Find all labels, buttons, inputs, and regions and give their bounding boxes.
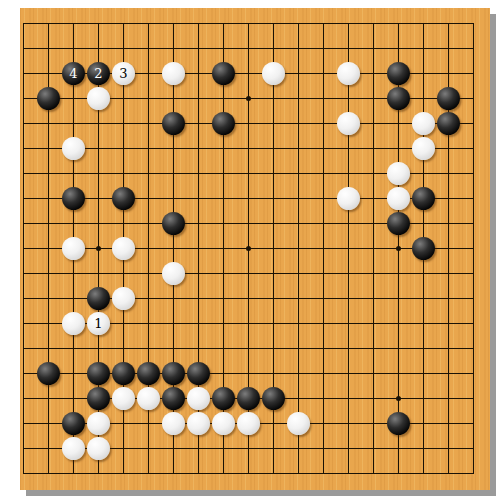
stone-black [62, 412, 85, 435]
stone-white [337, 187, 360, 210]
stone-white [412, 137, 435, 160]
stone-white [162, 262, 185, 285]
stone-black [87, 287, 110, 310]
stone-black [37, 87, 60, 110]
stone-white-move-3: 3 [112, 62, 135, 85]
stone-white [337, 62, 360, 85]
stone-white [187, 412, 210, 435]
stone-white [262, 62, 285, 85]
stone-black [62, 187, 85, 210]
stone-black [212, 387, 235, 410]
stone-white [337, 112, 360, 135]
stone-black [87, 387, 110, 410]
stone-white [62, 437, 85, 460]
stone-black [437, 87, 460, 110]
go-board[interactable]: 4231 [20, 8, 490, 490]
stone-black [37, 362, 60, 385]
stone-black [87, 362, 110, 385]
stone-white [187, 387, 210, 410]
stone-white [87, 437, 110, 460]
stone-black [412, 237, 435, 260]
star-point [396, 396, 401, 401]
stone-black [237, 387, 260, 410]
stone-white [137, 387, 160, 410]
stone-black [162, 362, 185, 385]
star-point [246, 96, 251, 101]
stone-white-move-1: 1 [87, 312, 110, 335]
stone-white [112, 287, 135, 310]
stone-white [62, 312, 85, 335]
stone-black [387, 212, 410, 235]
stone-black [387, 412, 410, 435]
star-point [246, 246, 251, 251]
stone-black [137, 362, 160, 385]
stone-black [162, 212, 185, 235]
stone-white [387, 162, 410, 185]
stone-white [62, 137, 85, 160]
stone-black [262, 387, 285, 410]
stone-black [387, 62, 410, 85]
stone-black [437, 112, 460, 135]
stone-black [212, 112, 235, 135]
star-point [396, 246, 401, 251]
stone-black [162, 387, 185, 410]
star-point [96, 246, 101, 251]
stone-white [87, 87, 110, 110]
stone-white [212, 412, 235, 435]
board-grid[interactable]: 4231 [23, 23, 474, 474]
stone-white [162, 62, 185, 85]
stone-black [387, 87, 410, 110]
stone-black-move-4: 4 [62, 62, 85, 85]
stone-black [112, 187, 135, 210]
stone-white [112, 237, 135, 260]
stone-black [112, 362, 135, 385]
stone-white [162, 412, 185, 435]
stone-white [287, 412, 310, 435]
stone-black [212, 62, 235, 85]
page: 4231 [0, 0, 500, 500]
stone-white [387, 187, 410, 210]
stone-white [412, 112, 435, 135]
stone-black [187, 362, 210, 385]
stone-black-move-2: 2 [87, 62, 110, 85]
stone-white [237, 412, 260, 435]
stone-white [87, 412, 110, 435]
stone-white [62, 237, 85, 260]
stone-black [162, 112, 185, 135]
stone-black [412, 187, 435, 210]
stone-white [112, 387, 135, 410]
